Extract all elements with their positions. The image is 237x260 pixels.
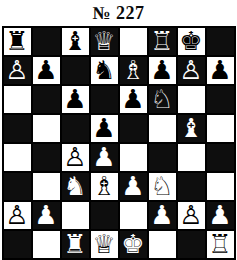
piece-black-pawn: ♟	[92, 114, 115, 143]
square-d3: ♗	[90, 172, 119, 201]
piece-black-queen: ♕	[92, 27, 115, 56]
piece-white-bishop: ♗	[92, 172, 115, 201]
square-d1: ♕	[90, 230, 119, 259]
square-f3: ♘	[148, 172, 177, 201]
square-b5	[32, 114, 61, 143]
piece-black-rook: ♜	[5, 27, 28, 56]
square-e5	[119, 114, 148, 143]
square-a4	[3, 143, 32, 172]
square-h6	[206, 85, 235, 114]
square-b2: ♟	[32, 201, 61, 230]
square-c6: ♟	[61, 85, 90, 114]
piece-white-pawn: ♟	[34, 201, 57, 230]
square-b4	[32, 143, 61, 172]
piece-black-pawn: ♟	[34, 56, 57, 85]
piece-black-knight: ♘	[150, 85, 173, 114]
piece-white-pawn: ♙	[63, 143, 86, 172]
square-d4: ♟	[90, 143, 119, 172]
square-a1	[3, 230, 32, 259]
square-a2: ♙	[3, 201, 32, 230]
square-h3	[206, 172, 235, 201]
square-f1	[148, 230, 177, 259]
piece-black-pawn: ♟	[208, 56, 231, 85]
piece-white-pawn: ♟	[208, 201, 231, 230]
square-b6	[32, 85, 61, 114]
square-f2: ♟	[148, 201, 177, 230]
square-d5: ♟	[90, 114, 119, 143]
square-g7: ♙	[177, 56, 206, 85]
square-h2: ♟	[206, 201, 235, 230]
piece-black-pawn: ♟	[63, 85, 86, 114]
piece-white-pawn: ♙	[179, 201, 202, 230]
square-f5	[148, 114, 177, 143]
piece-black-pawn: ♟	[150, 56, 173, 85]
piece-black-pawn: ♙	[5, 56, 28, 85]
square-g6	[177, 85, 206, 114]
square-f4	[148, 143, 177, 172]
square-e4	[119, 143, 148, 172]
piece-black-pawn: ♙	[179, 56, 202, 85]
square-g3	[177, 172, 206, 201]
square-a7: ♙	[3, 56, 32, 85]
square-c1: ♜	[61, 230, 90, 259]
square-d2	[90, 201, 119, 230]
square-g8: ♚	[177, 27, 206, 56]
square-b7: ♟	[32, 56, 61, 85]
square-b1	[32, 230, 61, 259]
square-g2: ♙	[177, 201, 206, 230]
square-d8: ♕	[90, 27, 119, 56]
puzzle-page: № 227 ♜♝♕♖♚♙♟♞♗♟♙♟♟♟♘♟♝♙♟♞♗♟♘♙♟♟♙♟♜♕♚♖	[0, 0, 237, 260]
square-c7	[61, 56, 90, 85]
square-c5	[61, 114, 90, 143]
square-a8: ♜	[3, 27, 32, 56]
piece-white-king: ♚	[121, 230, 144, 259]
square-a3	[3, 172, 32, 201]
square-h5	[206, 114, 235, 143]
chess-board: ♜♝♕♖♚♙♟♞♗♟♙♟♟♟♘♟♝♙♟♞♗♟♘♙♟♟♙♟♜♕♚♖	[2, 26, 236, 260]
square-f6: ♘	[148, 85, 177, 114]
puzzle-number: № 227	[0, 0, 237, 26]
piece-black-king: ♚	[179, 27, 202, 56]
piece-black-bishop: ♗	[121, 56, 144, 85]
square-c8: ♝	[61, 27, 90, 56]
square-h7: ♟	[206, 56, 235, 85]
piece-white-knight: ♘	[150, 172, 173, 201]
piece-black-rook: ♖	[150, 27, 173, 56]
square-e2	[119, 201, 148, 230]
square-a5	[3, 114, 32, 143]
piece-white-queen: ♕	[92, 230, 115, 259]
piece-white-pawn: ♙	[5, 201, 28, 230]
square-e1: ♚	[119, 230, 148, 259]
square-e8	[119, 27, 148, 56]
square-b8	[32, 27, 61, 56]
square-d7: ♞	[90, 56, 119, 85]
piece-black-knight: ♞	[92, 56, 115, 85]
piece-white-rook: ♜	[63, 230, 86, 259]
square-e7: ♗	[119, 56, 148, 85]
square-c3: ♞	[61, 172, 90, 201]
square-f7: ♟	[148, 56, 177, 85]
square-h1: ♖	[206, 230, 235, 259]
square-g5: ♝	[177, 114, 206, 143]
piece-white-knight: ♞	[63, 172, 86, 201]
piece-white-pawn: ♟	[92, 143, 115, 172]
square-g1	[177, 230, 206, 259]
square-b3	[32, 172, 61, 201]
square-f8: ♖	[148, 27, 177, 56]
square-h8	[206, 27, 235, 56]
square-d6	[90, 85, 119, 114]
square-e6: ♟	[119, 85, 148, 114]
piece-white-pawn: ♟	[150, 201, 173, 230]
square-h4	[206, 143, 235, 172]
piece-white-pawn: ♟	[121, 172, 144, 201]
square-c4: ♙	[61, 143, 90, 172]
piece-black-pawn: ♟	[121, 85, 144, 114]
square-c2	[61, 201, 90, 230]
square-g4	[177, 143, 206, 172]
piece-white-rook: ♖	[208, 230, 231, 259]
piece-black-bishop: ♝	[63, 27, 86, 56]
square-a6	[3, 85, 32, 114]
piece-white-bishop: ♝	[179, 114, 202, 143]
square-e3: ♟	[119, 172, 148, 201]
